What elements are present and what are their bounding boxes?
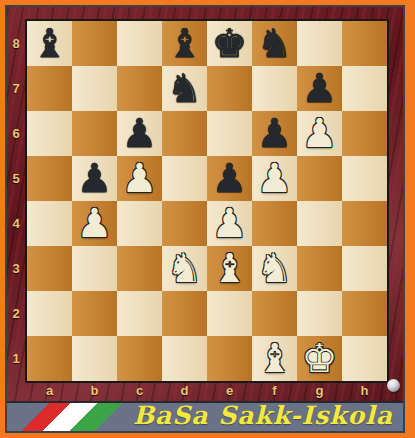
rank-label-7: 7 bbox=[7, 66, 25, 111]
rank-label-4: 4 bbox=[7, 201, 25, 246]
square-h2[interactable] bbox=[342, 291, 387, 336]
square-g6[interactable]: ♟ bbox=[297, 111, 342, 156]
file-label-f: f bbox=[252, 383, 297, 399]
square-e2[interactable] bbox=[207, 291, 252, 336]
square-f1[interactable]: ♝ bbox=[252, 336, 297, 381]
square-f5[interactable]: ♟ bbox=[252, 156, 297, 201]
rank-label-3: 3 bbox=[7, 246, 25, 291]
square-f8[interactable]: ♞ bbox=[252, 21, 297, 66]
file-label-e: e bbox=[207, 383, 252, 399]
square-d1[interactable] bbox=[162, 336, 207, 381]
square-d8[interactable]: ♝ bbox=[162, 21, 207, 66]
white-pawn[interactable]: ♟ bbox=[122, 156, 158, 201]
square-e8[interactable]: ♚ bbox=[207, 21, 252, 66]
square-c4[interactable] bbox=[117, 201, 162, 246]
white-pawn[interactable]: ♟ bbox=[302, 111, 338, 156]
square-b7[interactable] bbox=[72, 66, 117, 111]
square-c2[interactable] bbox=[117, 291, 162, 336]
square-e6[interactable] bbox=[207, 111, 252, 156]
square-b1[interactable] bbox=[72, 336, 117, 381]
black-pawn[interactable]: ♟ bbox=[257, 111, 293, 156]
white-pawn[interactable]: ♟ bbox=[257, 156, 293, 201]
rank-label-6: 6 bbox=[7, 111, 25, 156]
square-e4[interactable]: ♟ bbox=[207, 201, 252, 246]
square-a2[interactable] bbox=[27, 291, 72, 336]
square-e5[interactable]: ♟ bbox=[207, 156, 252, 201]
square-d5[interactable] bbox=[162, 156, 207, 201]
square-a7[interactable] bbox=[27, 66, 72, 111]
banner: BaSa Sakk-Iskola bbox=[7, 401, 403, 431]
square-d6[interactable] bbox=[162, 111, 207, 156]
file-label-c: c bbox=[117, 383, 162, 399]
square-b4[interactable]: ♟ bbox=[72, 201, 117, 246]
white-knight[interactable]: ♞ bbox=[167, 246, 203, 291]
square-a1[interactable] bbox=[27, 336, 72, 381]
square-h6[interactable] bbox=[342, 111, 387, 156]
square-f2[interactable] bbox=[252, 291, 297, 336]
file-label-b: b bbox=[72, 383, 117, 399]
square-a5[interactable] bbox=[27, 156, 72, 201]
file-label-g: g bbox=[297, 383, 342, 399]
black-knight[interactable]: ♞ bbox=[167, 66, 203, 111]
white-knight[interactable]: ♞ bbox=[257, 246, 293, 291]
white-pawn[interactable]: ♟ bbox=[77, 201, 113, 246]
square-c7[interactable] bbox=[117, 66, 162, 111]
black-knight[interactable]: ♞ bbox=[257, 21, 293, 66]
rank-label-8: 8 bbox=[7, 21, 25, 66]
square-a3[interactable] bbox=[27, 246, 72, 291]
square-c6[interactable]: ♟ bbox=[117, 111, 162, 156]
corner-sphere-ornament bbox=[387, 379, 400, 392]
square-h4[interactable] bbox=[342, 201, 387, 246]
square-e1[interactable] bbox=[207, 336, 252, 381]
black-king[interactable]: ♚ bbox=[212, 21, 248, 66]
square-b8[interactable] bbox=[72, 21, 117, 66]
square-a8[interactable]: ♝ bbox=[27, 21, 72, 66]
square-g5[interactable] bbox=[297, 156, 342, 201]
black-pawn[interactable]: ♟ bbox=[122, 111, 158, 156]
square-f4[interactable] bbox=[252, 201, 297, 246]
square-f7[interactable] bbox=[252, 66, 297, 111]
square-c8[interactable] bbox=[117, 21, 162, 66]
white-bishop[interactable]: ♝ bbox=[212, 246, 248, 291]
square-d4[interactable] bbox=[162, 201, 207, 246]
chess-board[interactable]: ♝♝♚♞♞♟♟♟♟♟♟♟♟♟♟♞♝♞♝♚ bbox=[25, 19, 389, 383]
square-e3[interactable]: ♝ bbox=[207, 246, 252, 291]
square-a4[interactable] bbox=[27, 201, 72, 246]
board-frame: 87654321 ♝♝♚♞♞♟♟♟♟♟♟♟♟♟♟♞♝♞♝♚ abcdefgh B… bbox=[5, 5, 405, 433]
square-h3[interactable] bbox=[342, 246, 387, 291]
banner-title: BaSa Sakk-Iskola bbox=[133, 401, 393, 430]
file-labels: abcdefgh bbox=[27, 383, 387, 399]
square-e7[interactable] bbox=[207, 66, 252, 111]
file-label-a: a bbox=[27, 383, 72, 399]
white-pawn[interactable]: ♟ bbox=[212, 201, 248, 246]
white-king[interactable]: ♚ bbox=[302, 336, 338, 381]
black-pawn[interactable]: ♟ bbox=[302, 66, 338, 111]
square-a6[interactable] bbox=[27, 111, 72, 156]
square-g3[interactable] bbox=[297, 246, 342, 291]
rank-label-5: 5 bbox=[7, 156, 25, 201]
square-g2[interactable] bbox=[297, 291, 342, 336]
square-f3[interactable]: ♞ bbox=[252, 246, 297, 291]
rank-label-2: 2 bbox=[7, 291, 25, 336]
square-g1[interactable]: ♚ bbox=[297, 336, 342, 381]
square-b3[interactable] bbox=[72, 246, 117, 291]
square-h1[interactable] bbox=[342, 336, 387, 381]
square-b6[interactable] bbox=[72, 111, 117, 156]
file-label-d: d bbox=[162, 383, 207, 399]
square-b5[interactable]: ♟ bbox=[72, 156, 117, 201]
square-f6[interactable]: ♟ bbox=[252, 111, 297, 156]
white-bishop[interactable]: ♝ bbox=[257, 336, 293, 381]
square-g7[interactable]: ♟ bbox=[297, 66, 342, 111]
rank-label-1: 1 bbox=[7, 336, 25, 381]
square-d7[interactable]: ♞ bbox=[162, 66, 207, 111]
square-d3[interactable]: ♞ bbox=[162, 246, 207, 291]
black-bishop[interactable]: ♝ bbox=[167, 21, 203, 66]
square-c3[interactable] bbox=[117, 246, 162, 291]
black-pawn[interactable]: ♟ bbox=[212, 156, 248, 201]
square-d2[interactable] bbox=[162, 291, 207, 336]
square-c5[interactable]: ♟ bbox=[117, 156, 162, 201]
black-bishop[interactable]: ♝ bbox=[32, 21, 68, 66]
square-c1[interactable] bbox=[117, 336, 162, 381]
file-label-h: h bbox=[342, 383, 387, 399]
black-pawn[interactable]: ♟ bbox=[77, 156, 113, 201]
square-h7[interactable] bbox=[342, 66, 387, 111]
square-g4[interactable] bbox=[297, 201, 342, 246]
square-b2[interactable] bbox=[72, 291, 117, 336]
square-h8[interactable] bbox=[342, 21, 387, 66]
square-h5[interactable] bbox=[342, 156, 387, 201]
square-g8[interactable] bbox=[297, 21, 342, 66]
rank-labels: 87654321 bbox=[7, 21, 25, 381]
